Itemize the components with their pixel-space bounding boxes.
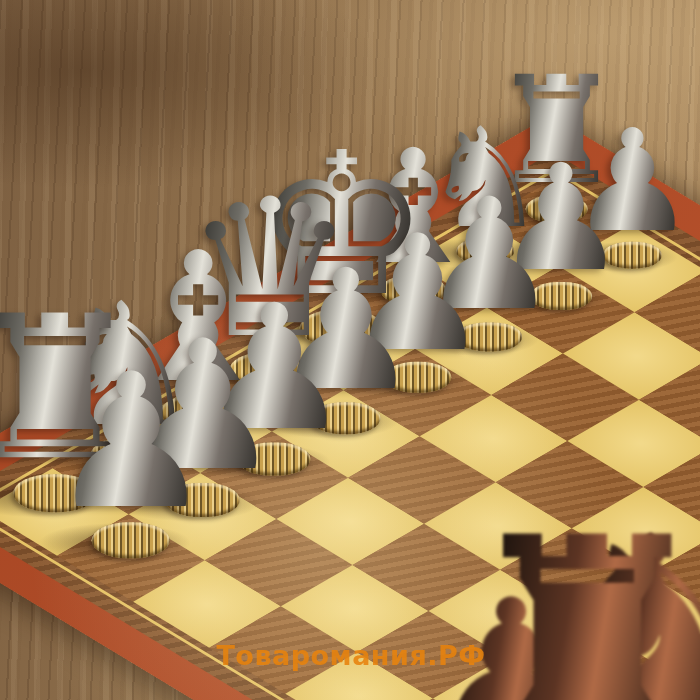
watermark-text: Товаромания.РФ (216, 640, 485, 671)
piece-white-pawn-a2: ♟ (48, 354, 215, 558)
chess-photo-scene: ♜♞♝♛♚♝♞♜♟♟♟♟♟♟♟♟♟♜♞ Товаромания.РФ (0, 0, 700, 700)
white-pawn-glyph: ♟ (48, 354, 215, 531)
black-rook-glyph: ♜ (453, 507, 700, 700)
piece-black-rook-a8: ♜ (453, 507, 700, 700)
pieces-layer: ♜♞♝♛♚♝♞♜♟♟♟♟♟♟♟♟♟♜♞ (0, 0, 700, 700)
